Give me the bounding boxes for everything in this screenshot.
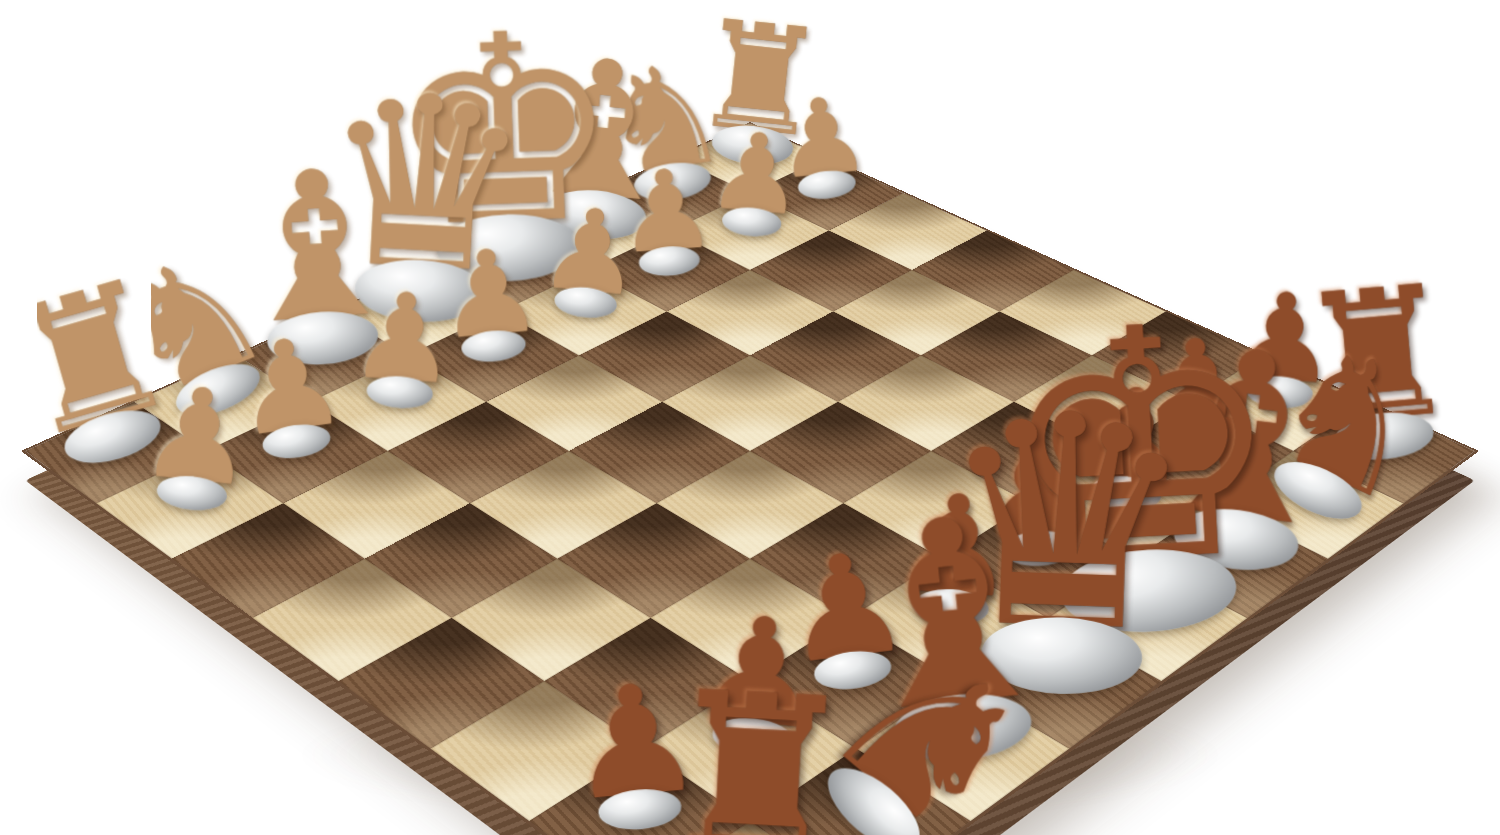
board-grid: ♜♞♝♛♚♝♞♜♟♟♟♟♟♟♟♟♟♟♟♟♟♟♟♟♜♞♝♛♚♝♞♜ xyxy=(25,124,1474,835)
white-pawn-body: ♟ xyxy=(534,195,648,322)
product-photo: ♜♞♝♛♚♝♞♜♟♟♟♟♟♟♟♟♟♟♟♟♟♟♟♟♜♞♝♛♚♝♞♜ xyxy=(0,0,1500,835)
white-pawn: ♟ xyxy=(134,378,249,510)
black-rook-body: ♜ xyxy=(651,672,865,835)
black-rook-glyph: ♜ xyxy=(652,672,865,835)
scene: ♜♞♝♛♚♝♞♜♟♟♟♟♟♟♟♟♟♟♟♟♟♟♟♟♜♞♝♛♚♝♞♜ xyxy=(0,0,1500,835)
white-pawn: ♟ xyxy=(346,284,454,408)
square-e4 xyxy=(662,355,838,451)
chess-board: ♜♞♝♛♚♝♞♜♟♟♟♟♟♟♟♟♟♟♟♟♟♟♟♟♜♞♝♛♚♝♞♜ xyxy=(25,124,1474,835)
black-rook: ♜ xyxy=(651,677,853,835)
square-a8: ♜ xyxy=(636,821,865,835)
white-pawn-body: ♟ xyxy=(346,280,462,411)
white-pawn-body: ♟ xyxy=(134,373,262,516)
white-pawn: ♟ xyxy=(534,200,636,317)
